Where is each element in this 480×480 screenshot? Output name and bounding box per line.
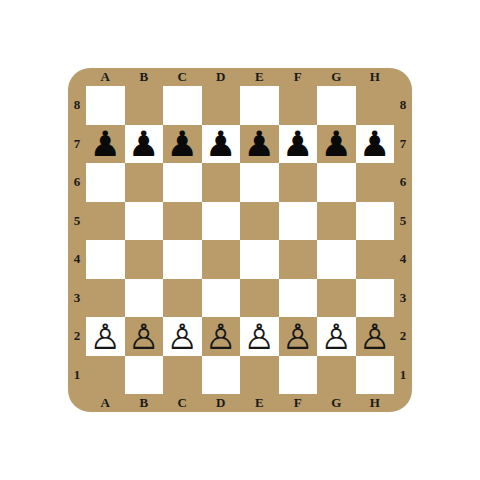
square-f4[interactable] <box>279 240 318 279</box>
file-label-bottom-e: E <box>240 394 279 412</box>
rank-label-right-5: 5 <box>394 202 412 241</box>
square-d8[interactable] <box>202 86 241 125</box>
square-d4[interactable] <box>202 240 241 279</box>
square-c3[interactable] <box>163 279 202 318</box>
square-a3[interactable] <box>86 279 125 318</box>
square-h5[interactable] <box>356 202 395 241</box>
chess-board-grid: ABCDEFGH887♟♟♟♟♟♟♟♟7665544332♙♙♙♙♙♙♙♙211… <box>68 68 412 412</box>
square-b8[interactable] <box>125 86 164 125</box>
square-b2[interactable]: ♙ <box>125 317 164 356</box>
rank-label-right-2: 2 <box>394 317 412 356</box>
file-label-bottom-h: H <box>356 394 395 412</box>
square-e7[interactable]: ♟ <box>240 125 279 164</box>
square-c2[interactable]: ♙ <box>163 317 202 356</box>
file-label-bottom-a: A <box>86 394 125 412</box>
square-c5[interactable] <box>163 202 202 241</box>
square-d2[interactable]: ♙ <box>202 317 241 356</box>
square-d6[interactable] <box>202 163 241 202</box>
white-pawn-a2[interactable]: ♙ <box>90 320 121 355</box>
page-background: ABCDEFGH887♟♟♟♟♟♟♟♟7665544332♙♙♙♙♙♙♙♙211… <box>0 0 480 480</box>
black-pawn-d7[interactable]: ♟ <box>205 127 236 162</box>
square-h8[interactable] <box>356 86 395 125</box>
square-c1[interactable] <box>163 356 202 395</box>
board-corner <box>394 394 412 412</box>
square-h3[interactable] <box>356 279 395 318</box>
square-d1[interactable] <box>202 356 241 395</box>
square-d7[interactable]: ♟ <box>202 125 241 164</box>
square-b7[interactable]: ♟ <box>125 125 164 164</box>
rank-label-left-2: 2 <box>68 317 86 356</box>
square-b6[interactable] <box>125 163 164 202</box>
rank-label-right-7: 7 <box>394 125 412 164</box>
black-pawn-e7[interactable]: ♟ <box>244 127 275 162</box>
square-a1[interactable] <box>86 356 125 395</box>
rank-label-right-6: 6 <box>394 163 412 202</box>
square-a6[interactable] <box>86 163 125 202</box>
white-pawn-b2[interactable]: ♙ <box>128 320 159 355</box>
rank-label-left-4: 4 <box>68 240 86 279</box>
rank-label-left-7: 7 <box>68 125 86 164</box>
black-pawn-f7[interactable]: ♟ <box>282 127 313 162</box>
chess-board: ABCDEFGH887♟♟♟♟♟♟♟♟7665544332♙♙♙♙♙♙♙♙211… <box>68 68 412 412</box>
square-h6[interactable] <box>356 163 395 202</box>
square-c7[interactable]: ♟ <box>163 125 202 164</box>
square-e1[interactable] <box>240 356 279 395</box>
square-c6[interactable] <box>163 163 202 202</box>
square-b3[interactable] <box>125 279 164 318</box>
rank-label-left-1: 1 <box>68 356 86 395</box>
black-pawn-b7[interactable]: ♟ <box>128 127 159 162</box>
white-pawn-g2[interactable]: ♙ <box>321 320 352 355</box>
square-c8[interactable] <box>163 86 202 125</box>
square-c4[interactable] <box>163 240 202 279</box>
square-g7[interactable]: ♟ <box>317 125 356 164</box>
square-g6[interactable] <box>317 163 356 202</box>
square-e6[interactable] <box>240 163 279 202</box>
file-label-top-h: H <box>356 68 395 86</box>
rank-label-left-8: 8 <box>68 86 86 125</box>
file-label-bottom-f: F <box>279 394 318 412</box>
rank-label-left-6: 6 <box>68 163 86 202</box>
file-label-bottom-d: D <box>202 394 241 412</box>
white-pawn-d2[interactable]: ♙ <box>205 320 236 355</box>
square-e5[interactable] <box>240 202 279 241</box>
black-pawn-a7[interactable]: ♟ <box>90 127 121 162</box>
file-label-top-f: F <box>279 68 318 86</box>
square-h4[interactable] <box>356 240 395 279</box>
file-label-top-d: D <box>202 68 241 86</box>
black-pawn-g7[interactable]: ♟ <box>321 127 352 162</box>
white-pawn-e2[interactable]: ♙ <box>244 320 275 355</box>
square-f3[interactable] <box>279 279 318 318</box>
square-g8[interactable] <box>317 86 356 125</box>
square-a8[interactable] <box>86 86 125 125</box>
file-label-bottom-b: B <box>125 394 164 412</box>
square-e3[interactable] <box>240 279 279 318</box>
square-g5[interactable] <box>317 202 356 241</box>
square-h7[interactable]: ♟ <box>356 125 395 164</box>
file-label-bottom-c: C <box>163 394 202 412</box>
square-d3[interactable] <box>202 279 241 318</box>
file-label-top-e: E <box>240 68 279 86</box>
square-f7[interactable]: ♟ <box>279 125 318 164</box>
square-h1[interactable] <box>356 356 395 395</box>
square-a7[interactable]: ♟ <box>86 125 125 164</box>
square-g4[interactable] <box>317 240 356 279</box>
square-e4[interactable] <box>240 240 279 279</box>
rank-label-right-4: 4 <box>394 240 412 279</box>
rank-label-right-3: 3 <box>394 279 412 318</box>
file-label-bottom-g: G <box>317 394 356 412</box>
square-d5[interactable] <box>202 202 241 241</box>
square-a4[interactable] <box>86 240 125 279</box>
file-label-top-g: G <box>317 68 356 86</box>
white-pawn-f2[interactable]: ♙ <box>282 320 313 355</box>
white-pawn-h2[interactable]: ♙ <box>359 320 390 355</box>
square-b1[interactable] <box>125 356 164 395</box>
rank-label-left-5: 5 <box>68 202 86 241</box>
square-f6[interactable] <box>279 163 318 202</box>
square-e2[interactable]: ♙ <box>240 317 279 356</box>
file-label-top-b: B <box>125 68 164 86</box>
file-label-top-a: A <box>86 68 125 86</box>
square-g1[interactable] <box>317 356 356 395</box>
board-corner <box>394 68 412 86</box>
black-pawn-h7[interactable]: ♟ <box>359 127 390 162</box>
square-g3[interactable] <box>317 279 356 318</box>
rank-label-left-3: 3 <box>68 279 86 318</box>
file-label-top-c: C <box>163 68 202 86</box>
white-pawn-c2[interactable]: ♙ <box>167 320 198 355</box>
square-b4[interactable] <box>125 240 164 279</box>
square-f1[interactable] <box>279 356 318 395</box>
board-corner <box>68 68 86 86</box>
black-pawn-c7[interactable]: ♟ <box>167 127 198 162</box>
square-f5[interactable] <box>279 202 318 241</box>
board-corner <box>68 394 86 412</box>
square-g2[interactable]: ♙ <box>317 317 356 356</box>
square-f8[interactable] <box>279 86 318 125</box>
square-h2[interactable]: ♙ <box>356 317 395 356</box>
square-e8[interactable] <box>240 86 279 125</box>
square-f2[interactable]: ♙ <box>279 317 318 356</box>
square-b5[interactable] <box>125 202 164 241</box>
square-a2[interactable]: ♙ <box>86 317 125 356</box>
rank-label-right-8: 8 <box>394 86 412 125</box>
rank-label-right-1: 1 <box>394 356 412 395</box>
square-a5[interactable] <box>86 202 125 241</box>
